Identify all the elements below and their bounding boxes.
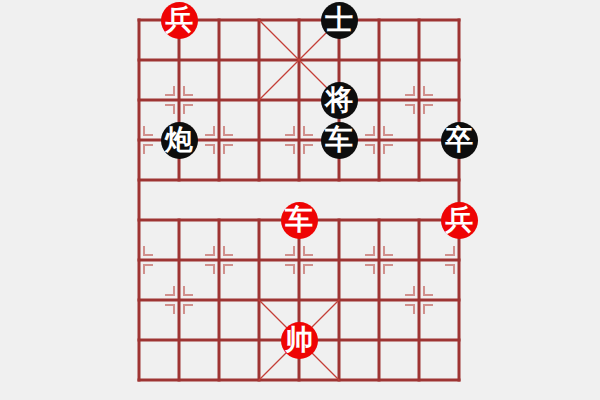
pieces-layer: 兵士将炮车卒车兵帅 [119, 0, 479, 400]
piece-red-general[interactable]: 帅 [281, 322, 318, 359]
piece-red-soldier-left[interactable]: 兵 [161, 2, 198, 39]
piece-black-cannon[interactable]: 炮 [161, 122, 198, 159]
xiangqi-board[interactable]: 兵士将炮车卒车兵帅 [119, 0, 479, 400]
piece-black-advisor[interactable]: 士 [321, 2, 358, 39]
piece-black-soldier[interactable]: 卒 [441, 122, 478, 159]
piece-black-general[interactable]: 将 [321, 82, 358, 119]
piece-black-chariot[interactable]: 车 [321, 122, 358, 159]
piece-red-chariot[interactable]: 车 [281, 202, 318, 239]
piece-red-soldier-right[interactable]: 兵 [441, 202, 478, 239]
